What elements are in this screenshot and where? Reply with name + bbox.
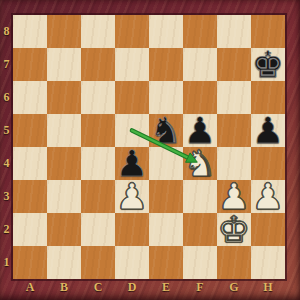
square-f1[interactable] — [183, 246, 217, 279]
square-d8[interactable] — [115, 15, 149, 48]
square-a2[interactable] — [13, 213, 47, 246]
rank-label-2: 2 — [0, 213, 13, 246]
square-e2[interactable] — [149, 213, 183, 246]
file-labels: ABCDEFGH — [13, 279, 285, 295]
square-e8[interactable] — [149, 15, 183, 48]
rank-labels: 87654321 — [0, 15, 13, 279]
square-d1[interactable] — [115, 246, 149, 279]
square-c7[interactable] — [81, 48, 115, 81]
square-h5[interactable]: ♟ — [251, 114, 285, 147]
square-d7[interactable] — [115, 48, 149, 81]
rank-label-8: 8 — [0, 15, 13, 48]
square-f2[interactable] — [183, 213, 217, 246]
square-a4[interactable] — [13, 147, 47, 180]
square-a7[interactable] — [13, 48, 47, 81]
rank-label-4: 4 — [0, 147, 13, 180]
square-g6[interactable] — [217, 81, 251, 114]
file-label-h: H — [251, 279, 285, 295]
square-h7[interactable]: ♚ — [251, 48, 285, 81]
square-g5[interactable] — [217, 114, 251, 147]
file-label-e: E — [149, 279, 183, 295]
file-label-c: C — [81, 279, 115, 295]
piece-white-king-g2[interactable]: ♚ — [217, 213, 251, 246]
square-d2[interactable] — [115, 213, 149, 246]
square-c5[interactable] — [81, 114, 115, 147]
file-label-a: A — [13, 279, 47, 295]
square-c1[interactable] — [81, 246, 115, 279]
square-g2[interactable]: ♚ — [217, 213, 251, 246]
square-a5[interactable] — [13, 114, 47, 147]
rank-label-3: 3 — [0, 180, 13, 213]
square-h2[interactable] — [251, 213, 285, 246]
board: ♚♞♟♟♟♞♟♟♟♚ — [13, 15, 285, 279]
square-g1[interactable] — [217, 246, 251, 279]
square-g7[interactable] — [217, 48, 251, 81]
piece-white-knight-f4[interactable]: ♞ — [183, 147, 217, 180]
rank-label-1: 1 — [0, 246, 13, 279]
piece-white-pawn-h3[interactable]: ♟ — [251, 180, 285, 213]
square-b4[interactable] — [47, 147, 81, 180]
square-a3[interactable] — [13, 180, 47, 213]
piece-black-knight-e5[interactable]: ♞ — [149, 114, 183, 147]
square-b1[interactable] — [47, 246, 81, 279]
square-e1[interactable] — [149, 246, 183, 279]
file-label-f: F — [183, 279, 217, 295]
square-a8[interactable] — [13, 15, 47, 48]
square-e5[interactable]: ♞ — [149, 114, 183, 147]
square-c8[interactable] — [81, 15, 115, 48]
piece-white-pawn-d3[interactable]: ♟ — [115, 180, 149, 213]
square-b6[interactable] — [47, 81, 81, 114]
piece-black-pawn-h5[interactable]: ♟ — [251, 114, 285, 147]
square-e4[interactable] — [149, 147, 183, 180]
square-b2[interactable] — [47, 213, 81, 246]
square-b7[interactable] — [47, 48, 81, 81]
square-e7[interactable] — [149, 48, 183, 81]
square-f7[interactable] — [183, 48, 217, 81]
rank-label-7: 7 — [0, 48, 13, 81]
square-c2[interactable] — [81, 213, 115, 246]
rank-label-5: 5 — [0, 114, 13, 147]
file-label-b: B — [47, 279, 81, 295]
square-c3[interactable] — [81, 180, 115, 213]
square-b8[interactable] — [47, 15, 81, 48]
chessboard-frame: 87654321 ABCDEFGH ♚♞♟♟♟♞♟♟♟♚ — [0, 0, 300, 300]
square-b5[interactable] — [47, 114, 81, 147]
square-c6[interactable] — [81, 81, 115, 114]
square-h1[interactable] — [251, 246, 285, 279]
square-h3[interactable]: ♟ — [251, 180, 285, 213]
square-d3[interactable]: ♟ — [115, 180, 149, 213]
square-g8[interactable] — [217, 15, 251, 48]
file-label-d: D — [115, 279, 149, 295]
square-f8[interactable] — [183, 15, 217, 48]
square-b3[interactable] — [47, 180, 81, 213]
file-label-g: G — [217, 279, 251, 295]
square-c4[interactable] — [81, 147, 115, 180]
square-f3[interactable] — [183, 180, 217, 213]
piece-black-king-h7[interactable]: ♚ — [251, 48, 285, 81]
square-a6[interactable] — [13, 81, 47, 114]
square-e3[interactable] — [149, 180, 183, 213]
square-d6[interactable] — [115, 81, 149, 114]
rank-label-6: 6 — [0, 81, 13, 114]
square-f4[interactable]: ♞ — [183, 147, 217, 180]
square-a1[interactable] — [13, 246, 47, 279]
